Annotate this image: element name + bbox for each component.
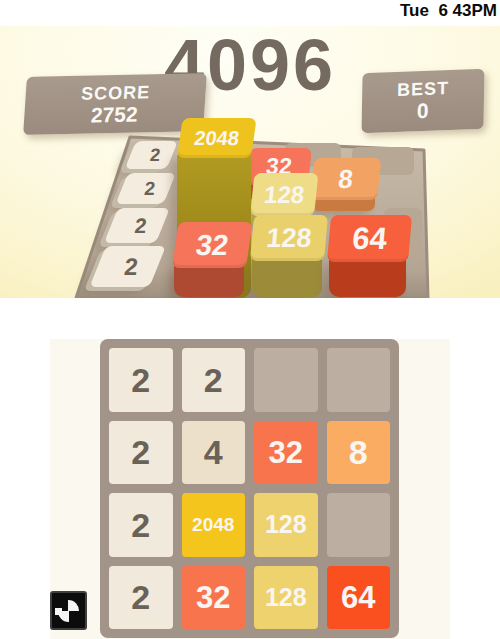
tile3d-8-r2c4: 8 <box>310 158 381 200</box>
grid-cell-r2c2: 4 <box>182 421 246 485</box>
tile3d-label: 2 <box>134 214 149 238</box>
grid-cell-r1c3 <box>254 348 318 412</box>
tile3d-64-r4c4: 64 <box>327 215 412 262</box>
tile3d-32-r4c2: 32 <box>172 222 252 268</box>
tile3d-label: 2 <box>123 253 140 281</box>
tile3d-label: 32 <box>194 229 231 262</box>
tile3d-label: 2 <box>149 145 161 166</box>
top-screen: 4096 SCORE 2752 BEST 0 <box>0 26 500 298</box>
tile3d-2048-r3c2: 2048 <box>177 118 257 158</box>
grid-cell-r2c4: 8 <box>327 421 391 485</box>
grid-cell-r2c3: 32 <box>254 421 318 485</box>
tile3d-label: 128 <box>263 181 306 209</box>
grid-cell-r4c3: 128 <box>254 566 318 630</box>
grid-cell-r1c4 <box>327 348 391 412</box>
tile3d-label: 64 <box>351 221 389 257</box>
badge-notch <box>55 608 62 615</box>
tile3d-64-side <box>329 260 406 297</box>
tile3d-label: 128 <box>265 223 313 254</box>
grid-cell-r3c2: 2048 <box>182 493 246 557</box>
grid-cell-r1c2: 2 <box>182 348 246 412</box>
grid-cell-r4c1: 2 <box>109 566 173 630</box>
grid-cell-r4c2: 32 <box>182 566 246 630</box>
tile3d-128-side <box>252 259 322 297</box>
bottom-screen: 2 2 2 4 32 8 2 2048 128 2 32 128 64 <box>50 339 450 639</box>
game-grid[interactable]: 2 2 2 4 32 8 2 2048 128 2 32 128 64 <box>100 339 399 638</box>
tile3d-128-r3c3: 128 <box>250 173 319 216</box>
tile3d-label: 2048 <box>193 127 241 150</box>
status-bar: Tue 6 43PM <box>0 0 500 26</box>
tile3d-label: 2 <box>143 178 156 200</box>
grid-cell-r3c4 <box>327 493 391 557</box>
grid-cell-r3c3: 128 <box>254 493 318 557</box>
grid-cell-r3c1: 2 <box>109 493 173 557</box>
tile3d-label: 8 <box>337 164 355 195</box>
grid-cell-r4c4: 64 <box>327 566 391 630</box>
checkered-badge-icon <box>58 600 79 622</box>
home-menu-button[interactable] <box>50 591 87 630</box>
grid-cell-r2c1: 2 <box>109 421 173 485</box>
clock-text: Tue 6 43PM <box>400 1 497 21</box>
tile3d-128-r4c3: 128 <box>250 215 328 261</box>
tile3d-32-side <box>174 266 244 297</box>
board-3d: 2 2 32 8 128 2048 2 2 32 128 64 <box>0 26 500 298</box>
screenshot-root: Tue 6 43PM 4096 SCORE 2752 BEST 0 <box>0 0 500 639</box>
grid-cell-r1c1: 2 <box>109 348 173 412</box>
